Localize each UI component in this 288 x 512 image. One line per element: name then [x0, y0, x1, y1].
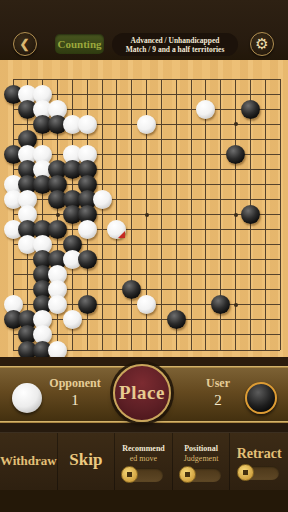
white-stone — [196, 100, 215, 119]
coin-knob-icon — [179, 466, 196, 483]
phase-label: Counting — [57, 38, 101, 50]
grid-line-v — [161, 79, 162, 350]
back-button[interactable]: ❮ — [13, 32, 37, 56]
black-stone — [167, 310, 186, 329]
skip-button[interactable]: Skip — [58, 433, 116, 491]
match-info: Advanced / Unhandicapped Match / 9 and a… — [112, 33, 238, 56]
positional-label-line1: Positional — [184, 444, 218, 454]
user-label: User — [206, 376, 230, 391]
grid-line-v — [280, 79, 281, 350]
white-stone — [78, 115, 97, 134]
white-stone-marked — [107, 220, 126, 239]
white-stone — [78, 220, 97, 239]
recommended-move-toggle-cell[interactable]: Recommend ed move — [115, 433, 173, 491]
go-board[interactable] — [0, 60, 288, 357]
white-stone — [63, 310, 82, 329]
user-number: 2 — [214, 392, 222, 409]
match-info-line2: Match / 9 and a half territories — [126, 45, 225, 54]
white-stone — [137, 115, 156, 134]
grid-line-v — [205, 79, 206, 350]
white-stone — [137, 295, 156, 314]
retract-label: Retract — [237, 446, 282, 462]
user-stone-icon — [245, 382, 277, 414]
place-button[interactable]: Place — [113, 364, 171, 422]
black-stone — [78, 250, 97, 269]
grid-line-h — [13, 334, 280, 335]
coin-hole — [243, 470, 248, 475]
match-info-line1: Advanced / Unhandicapped — [131, 36, 220, 45]
opponent-info: Opponent 1 — [38, 376, 112, 409]
withdraw-label: Withdraw — [0, 453, 57, 469]
black-stone — [226, 145, 245, 164]
black-stone — [122, 280, 141, 299]
grid-line-v — [265, 79, 266, 350]
skip-label: Skip — [69, 450, 102, 470]
settings-button[interactable]: ⚙ — [250, 32, 274, 56]
recommend-label-line1: Recommend — [122, 444, 165, 454]
star-point — [234, 213, 238, 217]
coin-knob-icon — [237, 464, 254, 481]
header-bar: ❮ Counting Advanced / Unhandicapped Matc… — [0, 0, 288, 60]
place-button-label: Place — [119, 382, 165, 404]
go-app: ❮ Counting Advanced / Unhandicapped Matc… — [0, 0, 288, 512]
grid-line-h — [13, 319, 280, 320]
black-stone — [211, 295, 230, 314]
retract-toggle-cell[interactable]: Retract — [230, 433, 288, 491]
positional-judgement-toggle[interactable] — [181, 468, 221, 482]
star-point — [234, 303, 238, 307]
recommend-label-line2: ed move — [130, 454, 157, 464]
black-stone — [241, 100, 260, 119]
withdraw-button[interactable]: Withdraw — [0, 433, 58, 491]
retract-toggle[interactable] — [239, 466, 279, 480]
recommended-move-toggle[interactable] — [123, 468, 163, 482]
star-point — [56, 213, 60, 217]
white-stone — [48, 295, 67, 314]
player-panel: Opponent 1 Place User 2 — [0, 357, 288, 424]
opponent-number: 1 — [71, 392, 79, 409]
black-stone — [78, 295, 97, 314]
opponent-label: Opponent — [49, 376, 100, 391]
footer-strip — [0, 490, 288, 512]
grid-line-h — [13, 244, 280, 245]
white-stone — [93, 190, 112, 209]
bottom-toolbar: Withdraw Skip Recommend ed move Position… — [0, 432, 288, 491]
positional-judgement-toggle-cell[interactable]: Positional Judgement — [173, 433, 231, 491]
phase-badge: Counting — [55, 34, 104, 54]
grid-line-v — [176, 79, 177, 350]
star-point — [234, 122, 238, 126]
black-stone — [241, 205, 260, 224]
positional-label-line2: Judgement — [184, 454, 219, 464]
gear-icon: ⚙ — [255, 37, 268, 52]
coin-hole — [127, 472, 132, 477]
coin-knob-icon — [121, 466, 138, 483]
back-icon: ❮ — [19, 38, 29, 50]
user-info: User 2 — [181, 376, 255, 409]
last-move-marker — [118, 231, 125, 238]
coin-hole — [185, 472, 190, 477]
black-stone — [48, 220, 67, 239]
star-point — [145, 213, 149, 217]
grid-line-v — [191, 79, 192, 350]
